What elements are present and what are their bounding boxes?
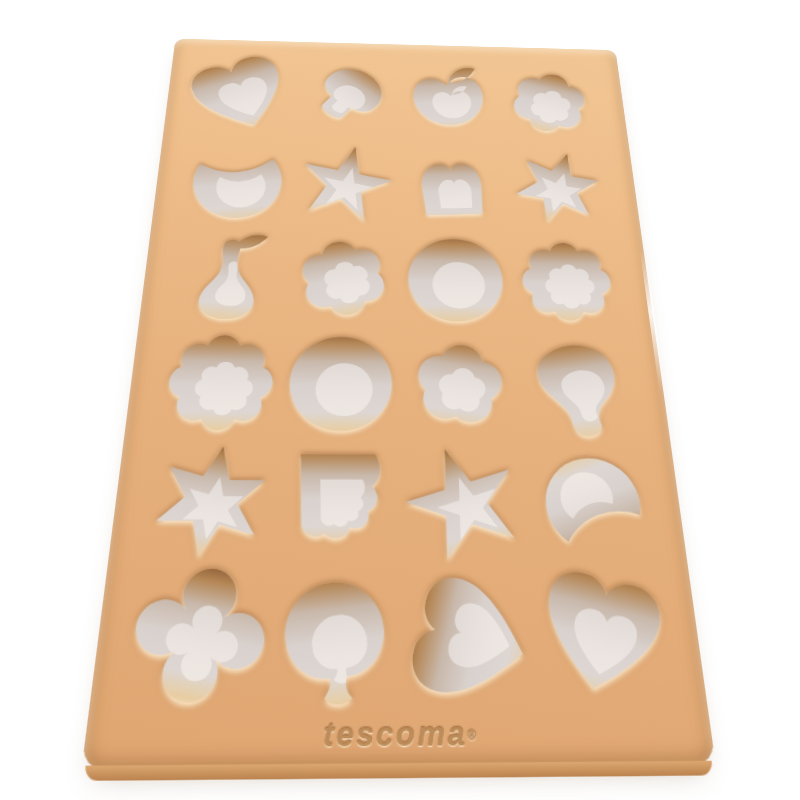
- cavity-flower6: [504, 67, 597, 138]
- heart-shape: [176, 44, 308, 150]
- flower6-shape: [500, 62, 596, 144]
- cavity-flower6: [292, 235, 391, 322]
- mushroom-motif: [311, 73, 380, 128]
- cavity-appledown: [274, 579, 393, 701]
- pear-shape: [167, 226, 290, 328]
- registered-mark-icon: ®: [467, 728, 476, 742]
- star5-shape: [388, 429, 543, 579]
- mould-cell-r3c3: [399, 230, 514, 331]
- cavity-grid: [81, 39, 715, 769]
- crescent-motif: [211, 161, 272, 213]
- flower8-shape: [158, 329, 281, 435]
- flag-shape: [281, 444, 392, 551]
- cavity-boot: [527, 342, 637, 437]
- star6-motif: [172, 470, 254, 545]
- flower6-motif: [317, 255, 378, 309]
- boot-motif: [548, 362, 625, 429]
- cake-shape: [403, 151, 502, 230]
- clover-motif: [155, 597, 248, 688]
- flower8-motif: [541, 262, 600, 311]
- heart-motif: [209, 69, 283, 129]
- cavity-flag: [281, 444, 392, 551]
- star5-motif: [314, 161, 379, 216]
- mould-cell-r6c1: [124, 564, 272, 707]
- cavity-heart: [193, 60, 288, 132]
- crescent-shape: [184, 137, 293, 230]
- star6-shape: [137, 435, 282, 569]
- cavity-circle: [407, 237, 506, 323]
- mould-cell-r1c2: [294, 56, 398, 140]
- heart-shape: [393, 558, 551, 728]
- star5-shape: [286, 135, 402, 232]
- mould-cell-r6c2: [264, 564, 403, 706]
- cavity-star5: [297, 144, 391, 223]
- mould-cell-r3c4: [508, 232, 628, 332]
- flower6-shape: [290, 231, 399, 327]
- cavity-pear: [176, 233, 281, 320]
- cavity-star5: [409, 449, 521, 556]
- cavity-circle: [287, 336, 392, 432]
- cake-motif: [428, 172, 484, 217]
- boot-shape: [514, 331, 650, 450]
- mould-cell-r4c2: [278, 328, 401, 440]
- flower5-shape: [402, 331, 514, 439]
- mould-tray: tescoma®: [81, 39, 715, 769]
- mould-cell-r3c1: [167, 226, 289, 328]
- mould-cell-r2c2: [289, 138, 399, 230]
- heart-shape: [523, 553, 675, 724]
- cavity-crescent: [535, 450, 652, 556]
- cavity-clover: [135, 574, 262, 696]
- circle-motif: [311, 359, 376, 418]
- mould-cell-r4c4: [515, 331, 642, 442]
- cavity-flower8: [164, 334, 276, 431]
- mould-cell-r5c4: [522, 441, 657, 565]
- cavity-flower8: [516, 239, 619, 325]
- apple-motif: [424, 83, 481, 126]
- crescent-motif: [545, 458, 628, 537]
- apple-shape: [399, 62, 500, 139]
- flag-motif: [310, 473, 372, 533]
- mould-cell-r5c1: [140, 438, 278, 564]
- star6-shape: [502, 140, 611, 237]
- mould-cell-r1c3: [398, 59, 502, 142]
- mould-cell-r2c1: [178, 136, 294, 228]
- flower8-shape: [515, 238, 620, 326]
- cavity-heart: [415, 581, 534, 702]
- mould-cell-r4c3: [400, 329, 522, 441]
- mould-cell-r3c2: [284, 228, 400, 329]
- pear-motif: [197, 253, 266, 311]
- circle-shape: [403, 233, 510, 326]
- star6-motif: [528, 165, 589, 220]
- photo-stage: tescoma®: [0, 0, 800, 800]
- circle-shape: [282, 331, 398, 437]
- flower6-motif: [524, 84, 578, 130]
- mould-cell-r2c4: [502, 142, 616, 233]
- mould-cell-r5c2: [272, 439, 402, 564]
- mould-cell-r4c1: [154, 326, 284, 439]
- cavity-mushroom: [302, 61, 392, 132]
- mould-cell-r5c3: [401, 440, 531, 565]
- crescent-shape: [518, 433, 668, 575]
- mould-cell-r1c1: [189, 54, 299, 138]
- mould-cell-r6c4: [530, 565, 675, 705]
- appledown-motif: [299, 602, 382, 691]
- heart-motif: [560, 597, 645, 693]
- heart-motif: [438, 592, 526, 687]
- brand-name: tescoma: [323, 714, 468, 754]
- cavity-flower5: [408, 337, 513, 433]
- mould-cell-r1c4: [496, 61, 604, 144]
- brand-logo: tescoma®: [323, 714, 477, 756]
- cavity-star6: [509, 149, 607, 227]
- cavity-heart: [540, 577, 665, 697]
- circle-motif: [429, 259, 489, 311]
- mushroom-shape: [285, 48, 408, 146]
- star5-motif: [427, 465, 514, 549]
- cavity-cake: [406, 151, 501, 230]
- appledown-shape: [263, 562, 411, 720]
- cavity-star6: [150, 447, 269, 555]
- cavity-apple: [405, 65, 495, 136]
- mould-cell-r2c3: [398, 140, 507, 232]
- flower8-motif: [189, 358, 258, 418]
- clover-shape: [115, 555, 281, 717]
- cavity-crescent: [187, 143, 287, 222]
- flower5-motif: [430, 360, 493, 421]
- mould-cell-r6c3: [402, 565, 540, 706]
